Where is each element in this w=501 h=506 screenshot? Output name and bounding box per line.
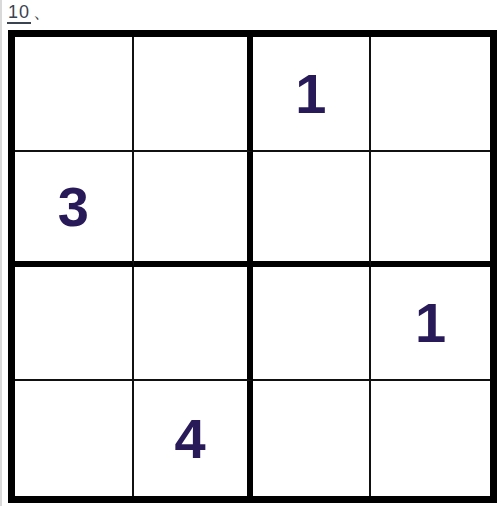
- given-digit: 3: [58, 174, 89, 239]
- sudoku-board: 1314: [8, 30, 497, 503]
- cell-r1c3[interactable]: 1: [253, 37, 372, 152]
- cell-r1c1[interactable]: [15, 37, 134, 152]
- cell-r3c1[interactable]: [15, 267, 134, 382]
- given-digit: 1: [415, 290, 446, 355]
- puzzle-number-separator: 、: [33, 2, 52, 22]
- cell-r2c1[interactable]: 3: [15, 152, 134, 267]
- cell-r4c2[interactable]: 4: [134, 381, 253, 496]
- cell-r3c3[interactable]: [253, 267, 372, 382]
- cell-r1c2[interactable]: [134, 37, 253, 152]
- cell-r4c3[interactable]: [253, 381, 372, 496]
- cell-r2c4[interactable]: [371, 152, 490, 267]
- cell-r4c4[interactable]: [371, 381, 490, 496]
- given-digit: 1: [295, 61, 326, 126]
- given-digit: 4: [175, 406, 206, 471]
- puzzle-number: 10: [7, 2, 31, 24]
- cell-r2c3[interactable]: [253, 152, 372, 267]
- page-edge-line: [0, 0, 2, 506]
- cell-r1c4[interactable]: [371, 37, 490, 152]
- cell-r2c2[interactable]: [134, 152, 253, 267]
- worksheet-page: 10、 1314: [0, 0, 501, 506]
- cell-r3c2[interactable]: [134, 267, 253, 382]
- puzzle-number-label: 10、: [7, 1, 52, 23]
- cell-r3c4[interactable]: 1: [371, 267, 490, 382]
- cell-r4c1[interactable]: [15, 381, 134, 496]
